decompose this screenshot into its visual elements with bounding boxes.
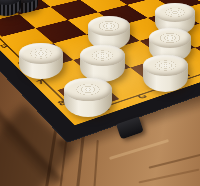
piece-top	[19, 43, 63, 64]
piece-top	[64, 78, 112, 101]
piece-top	[80, 45, 125, 66]
white-man-h8[interactable]	[64, 78, 112, 117]
piece-top	[155, 3, 195, 22]
piece-top	[149, 28, 191, 48]
piece-top	[88, 16, 130, 36]
pieces-layer	[0, 0, 200, 186]
white-man-f8[interactable]	[143, 55, 188, 92]
white-man-h6[interactable]	[19, 43, 63, 79]
white-man-g7[interactable]	[80, 45, 125, 82]
checkers-photo: HGFEDCBA 12345678	[0, 0, 200, 186]
black-man-h2[interactable]	[0, 0, 21, 16]
piece-top	[143, 55, 188, 76]
